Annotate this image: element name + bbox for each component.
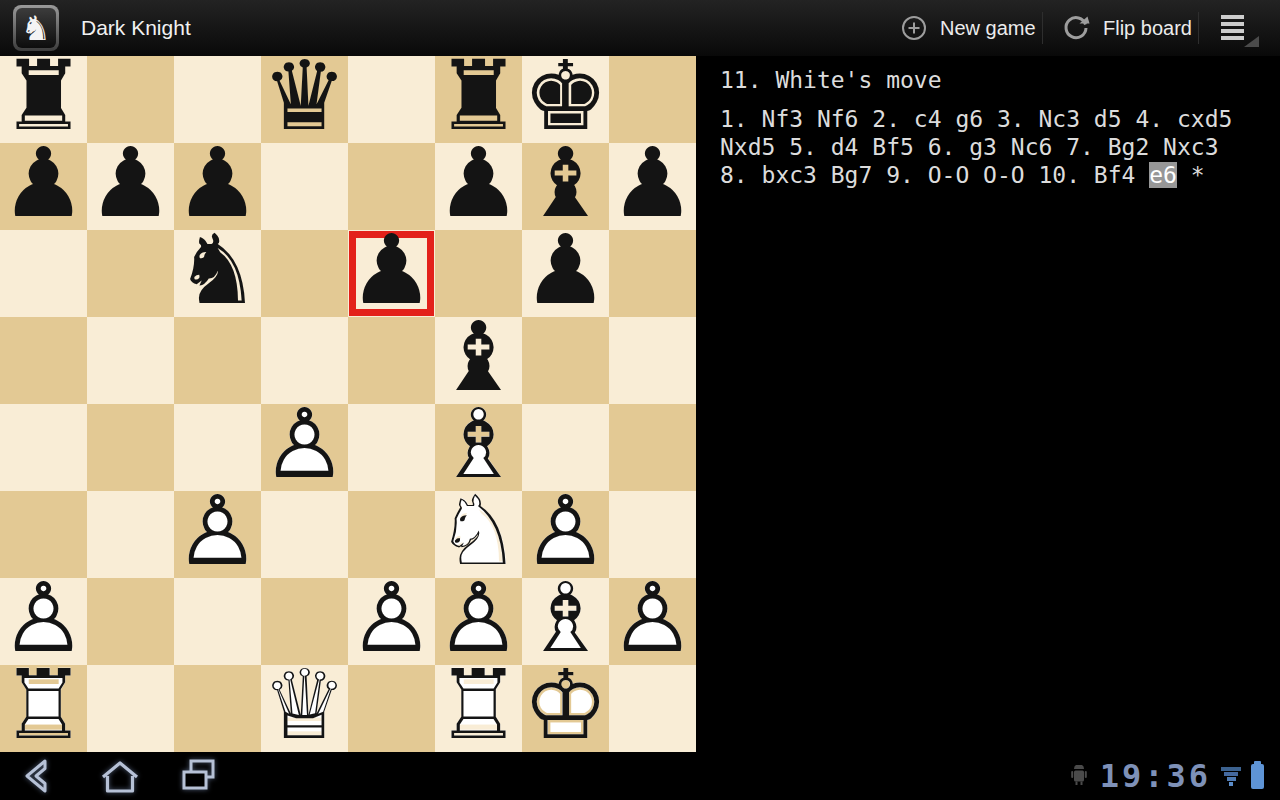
chess-board: ♜♛♜♚♟♟♟♟♝♟♞♟♟♝♟♙♝♗♟♙♞♘♟♙♟♙♟♙♟♙♝♗♟♙♜♖♛♕♜♖… xyxy=(0,56,696,752)
white-piece-fill: ♜ xyxy=(0,661,87,748)
square-b7[interactable]: ♟ xyxy=(87,143,174,230)
square-d7[interactable] xyxy=(261,143,348,230)
chess-piece-g1: ♔ xyxy=(522,661,609,748)
square-a2[interactable]: ♟♙ xyxy=(0,578,87,665)
square-c7[interactable]: ♟ xyxy=(174,143,261,230)
chess-piece-g3: ♙ xyxy=(522,487,609,574)
signal-icon xyxy=(1221,767,1241,786)
app-icon[interactable]: ♞ xyxy=(13,5,59,51)
square-c8[interactable] xyxy=(174,56,261,143)
knight-icon: ♞ xyxy=(16,8,56,48)
white-piece-fill: ♜ xyxy=(435,661,522,748)
square-a8[interactable]: ♜ xyxy=(0,56,87,143)
white-piece-fill: ♝ xyxy=(522,574,609,661)
square-f7[interactable]: ♟ xyxy=(435,143,522,230)
square-h1[interactable] xyxy=(609,665,696,752)
square-a4[interactable] xyxy=(0,404,87,491)
square-d6[interactable] xyxy=(261,230,348,317)
square-e5[interactable] xyxy=(348,317,435,404)
chess-piece-c6: ♞ xyxy=(174,226,261,313)
home-button[interactable] xyxy=(96,752,144,800)
chess-piece-g7: ♝ xyxy=(522,139,609,226)
white-piece-fill: ♚ xyxy=(522,661,609,748)
action-bar: ♞ Dark Knight New game Flip board xyxy=(0,0,1280,56)
square-c1[interactable] xyxy=(174,665,261,752)
overflow-menu-button[interactable] xyxy=(1212,0,1268,56)
back-icon xyxy=(14,752,62,800)
square-a1[interactable]: ♜♖ xyxy=(0,665,87,752)
square-e6[interactable]: ♟ xyxy=(348,230,435,317)
white-piece-fill: ♟ xyxy=(174,487,261,574)
recent-apps-icon xyxy=(174,752,222,800)
chess-piece-d4: ♙ xyxy=(261,400,348,487)
square-e8[interactable] xyxy=(348,56,435,143)
square-d2[interactable] xyxy=(261,578,348,665)
white-piece-fill: ♟ xyxy=(609,574,696,661)
square-f5[interactable]: ♝ xyxy=(435,317,522,404)
result-marker: * xyxy=(1177,162,1205,188)
chess-piece-h7: ♟ xyxy=(609,139,696,226)
chess-piece-g2: ♗ xyxy=(522,574,609,661)
square-b6[interactable] xyxy=(87,230,174,317)
android-robot-icon xyxy=(1068,765,1090,787)
status-tray[interactable]: 19:36 xyxy=(1068,752,1264,800)
white-piece-fill: ♞ xyxy=(435,487,522,574)
square-g2[interactable]: ♝♗ xyxy=(522,578,609,665)
screen: ♞ Dark Knight New game Flip board xyxy=(0,0,1280,800)
square-g4[interactable] xyxy=(522,404,609,491)
app-title: Dark Knight xyxy=(81,0,191,56)
square-a3[interactable] xyxy=(0,491,87,578)
home-icon xyxy=(96,752,144,800)
chess-piece-d1: ♕ xyxy=(261,661,348,748)
chess-piece-e2: ♙ xyxy=(348,574,435,661)
square-h4[interactable] xyxy=(609,404,696,491)
square-h6[interactable] xyxy=(609,230,696,317)
square-e1[interactable] xyxy=(348,665,435,752)
chess-piece-f1: ♖ xyxy=(435,661,522,748)
white-piece-fill: ♟ xyxy=(0,574,87,661)
chess-piece-g8: ♚ xyxy=(522,52,609,139)
actionbar-divider xyxy=(1198,12,1199,44)
chess-piece-f3: ♘ xyxy=(435,487,522,574)
square-c5[interactable] xyxy=(174,317,261,404)
flip-board-label: Flip board xyxy=(1103,17,1192,40)
plus-circle-icon xyxy=(901,15,927,41)
new-game-button[interactable]: New game xyxy=(901,0,1036,56)
square-f3[interactable]: ♞♘ xyxy=(435,491,522,578)
white-piece-fill: ♝ xyxy=(435,400,522,487)
actionbar-divider xyxy=(1042,12,1043,44)
square-c6[interactable]: ♞ xyxy=(174,230,261,317)
square-b5[interactable] xyxy=(87,317,174,404)
square-b4[interactable] xyxy=(87,404,174,491)
chess-piece-f5: ♝ xyxy=(435,313,522,400)
square-a5[interactable] xyxy=(0,317,87,404)
square-g3[interactable]: ♟♙ xyxy=(522,491,609,578)
refresh-icon xyxy=(1062,14,1090,42)
square-e2[interactable]: ♟♙ xyxy=(348,578,435,665)
menu-corner-triangle-icon xyxy=(1244,36,1259,47)
white-piece-fill: ♟ xyxy=(261,400,348,487)
square-g5[interactable] xyxy=(522,317,609,404)
square-g1[interactable]: ♚♔ xyxy=(522,665,609,752)
chess-piece-g6: ♟ xyxy=(522,226,609,313)
flip-board-button[interactable]: Flip board xyxy=(1062,0,1192,56)
square-a6[interactable] xyxy=(0,230,87,317)
chess-piece-f8: ♜ xyxy=(435,52,522,139)
square-g6[interactable]: ♟ xyxy=(522,230,609,317)
square-d4[interactable]: ♟♙ xyxy=(261,404,348,491)
current-move-highlight[interactable]: e6 xyxy=(1149,162,1177,188)
square-e7[interactable] xyxy=(348,143,435,230)
chess-piece-d8: ♛ xyxy=(261,52,348,139)
square-a7[interactable]: ♟ xyxy=(0,143,87,230)
chess-piece-h2: ♙ xyxy=(609,574,696,661)
chess-piece-a8: ♜ xyxy=(0,52,87,139)
white-piece-fill: ♟ xyxy=(435,574,522,661)
chess-piece-c3: ♙ xyxy=(174,487,261,574)
white-piece-fill: ♛ xyxy=(261,661,348,748)
square-b1[interactable] xyxy=(87,665,174,752)
chess-piece-f7: ♟ xyxy=(435,139,522,226)
square-b2[interactable] xyxy=(87,578,174,665)
back-button[interactable] xyxy=(14,752,62,800)
square-c2[interactable] xyxy=(174,578,261,665)
square-h3[interactable] xyxy=(609,491,696,578)
chess-piece-f2: ♙ xyxy=(435,574,522,661)
recent-apps-button[interactable] xyxy=(174,752,222,800)
battery-icon xyxy=(1251,764,1264,789)
clock: 19:36 xyxy=(1100,757,1211,795)
menu-icon xyxy=(1221,15,1244,43)
square-g7[interactable]: ♝ xyxy=(522,143,609,230)
move-list[interactable]: 1. Nf3 Nf6 2. c4 g6 3. Nc3 d5 4. cxd5 Nx… xyxy=(720,105,1244,189)
chess-piece-e6: ♟ xyxy=(348,226,435,313)
square-h2[interactable]: ♟♙ xyxy=(609,578,696,665)
square-c3[interactable]: ♟♙ xyxy=(174,491,261,578)
new-game-label: New game xyxy=(940,17,1036,40)
turn-status: 11. White's move xyxy=(720,67,1280,93)
square-f8[interactable]: ♜ xyxy=(435,56,522,143)
square-c4[interactable] xyxy=(174,404,261,491)
square-h8[interactable] xyxy=(609,56,696,143)
square-g8[interactable]: ♚ xyxy=(522,56,609,143)
system-bar: 19:36 xyxy=(0,752,1280,800)
chess-piece-c7: ♟ xyxy=(174,139,261,226)
chess-piece-b7: ♟ xyxy=(87,139,174,226)
square-f1[interactable]: ♜♖ xyxy=(435,665,522,752)
square-h5[interactable] xyxy=(609,317,696,404)
square-d1[interactable]: ♛♕ xyxy=(261,665,348,752)
square-h7[interactable]: ♟ xyxy=(609,143,696,230)
chess-piece-a1: ♖ xyxy=(0,661,87,748)
square-f6[interactable] xyxy=(435,230,522,317)
square-e3[interactable] xyxy=(348,491,435,578)
square-b8[interactable] xyxy=(87,56,174,143)
chess-piece-f4: ♗ xyxy=(435,400,522,487)
game-info-panel: 11. White's move 1. Nf3 Nf6 2. c4 g6 3. … xyxy=(696,56,1280,752)
chess-piece-a7: ♟ xyxy=(0,139,87,226)
square-d3[interactable] xyxy=(261,491,348,578)
white-piece-fill: ♟ xyxy=(522,487,609,574)
square-e4[interactable] xyxy=(348,404,435,491)
square-d5[interactable] xyxy=(261,317,348,404)
square-f4[interactable]: ♝♗ xyxy=(435,404,522,491)
white-piece-fill: ♟ xyxy=(348,574,435,661)
square-d8[interactable]: ♛ xyxy=(261,56,348,143)
square-b3[interactable] xyxy=(87,491,174,578)
square-f2[interactable]: ♟♙ xyxy=(435,578,522,665)
last-move-highlight xyxy=(349,231,434,316)
chess-piece-a2: ♙ xyxy=(0,574,87,661)
